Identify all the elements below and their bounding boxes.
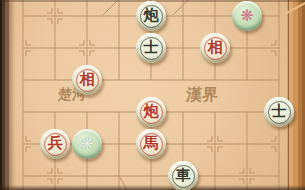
piece-character: 炮 bbox=[144, 8, 159, 23]
hidden-piece-red-back[interactable]: ❋ bbox=[232, 1, 262, 31]
piece-character: 車 bbox=[176, 168, 191, 183]
hidden-piece-black-back[interactable]: ❋ bbox=[72, 129, 102, 159]
black-advisor-piece[interactable]: 士 bbox=[136, 33, 166, 63]
black-cannon-piece[interactable]: 炮 bbox=[136, 1, 166, 31]
piece-character: 馬 bbox=[144, 136, 159, 151]
black-advisor-piece[interactable]: 士 bbox=[264, 97, 294, 127]
board-surface[interactable]: 楚河 漢界 炮❋士相相炮士兵❋馬車 bbox=[0, 0, 305, 190]
red-elephant-piece[interactable]: 相 bbox=[72, 65, 102, 95]
piece-character: 相 bbox=[80, 72, 95, 87]
piece-character: 兵 bbox=[48, 136, 63, 151]
red-cannon-piece[interactable]: 炮 bbox=[136, 97, 166, 127]
hidden-back-flower-icon: ❋ bbox=[240, 8, 253, 24]
red-horse-piece[interactable]: 馬 bbox=[136, 129, 166, 159]
hidden-back-flower-icon: ❋ bbox=[80, 136, 93, 152]
piece-character: 相 bbox=[208, 40, 223, 55]
black-chariot-piece[interactable]: 車 bbox=[168, 161, 198, 190]
piece-character: 士 bbox=[272, 104, 287, 119]
red-elephant-piece[interactable]: 相 bbox=[200, 33, 230, 63]
piece-character: 士 bbox=[144, 40, 159, 55]
red-soldier-piece[interactable]: 兵 bbox=[40, 129, 70, 159]
pieces-grid: 炮❋士相相炮士兵❋馬車 bbox=[7, 0, 295, 190]
piece-character: 炮 bbox=[144, 104, 159, 119]
